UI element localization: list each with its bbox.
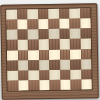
square-g4: [70, 49, 81, 59]
square-h3: [81, 59, 92, 69]
square-a7: [6, 20, 17, 30]
square-e8: [48, 9, 59, 19]
square-d8: [38, 9, 49, 19]
chess-board: [0, 3, 99, 100]
square-c1: [28, 80, 39, 90]
square-f6: [59, 29, 70, 39]
square-d3: [39, 60, 50, 70]
square-g2: [70, 69, 81, 79]
square-b5: [17, 40, 28, 50]
square-f1: [60, 80, 71, 90]
square-b6: [17, 30, 28, 40]
square-a5: [7, 40, 18, 50]
square-d4: [38, 50, 49, 60]
square-e4: [49, 49, 60, 59]
square-a4: [7, 50, 18, 60]
square-f7: [59, 19, 70, 29]
square-c8: [27, 9, 38, 19]
square-b1: [18, 80, 29, 90]
square-d7: [38, 19, 49, 29]
square-c7: [27, 19, 38, 29]
square-g5: [70, 39, 81, 49]
photo-background: [0, 0, 100, 100]
square-a8: [6, 10, 17, 20]
square-g8: [69, 8, 80, 18]
square-c6: [28, 29, 39, 39]
square-h5: [80, 39, 91, 49]
square-g6: [70, 29, 81, 39]
square-c3: [28, 60, 39, 70]
square-a3: [7, 60, 18, 70]
square-g7: [69, 19, 80, 29]
square-e2: [49, 70, 60, 80]
square-f2: [60, 69, 71, 79]
square-c5: [28, 40, 39, 50]
square-e3: [49, 59, 60, 69]
square-g1: [70, 79, 81, 89]
square-b3: [18, 60, 29, 70]
board-frame: [0, 3, 99, 100]
square-h1: [81, 79, 92, 89]
square-e1: [49, 80, 60, 90]
square-h4: [80, 49, 91, 59]
square-e7: [48, 19, 59, 29]
square-f3: [60, 59, 71, 69]
square-a6: [7, 30, 18, 40]
square-b8: [17, 9, 28, 19]
square-g3: [70, 59, 81, 69]
square-h6: [80, 29, 91, 39]
square-b7: [17, 20, 28, 30]
board-grid: [6, 8, 91, 90]
square-d5: [38, 39, 49, 49]
square-c2: [28, 70, 39, 80]
square-b2: [18, 70, 29, 80]
square-h7: [80, 18, 91, 28]
square-h8: [80, 8, 91, 18]
square-d6: [38, 29, 49, 39]
square-f4: [59, 49, 70, 59]
square-d1: [39, 80, 50, 90]
square-f5: [59, 39, 70, 49]
square-a2: [7, 70, 18, 80]
square-h2: [81, 69, 92, 79]
square-f8: [59, 9, 70, 19]
square-d2: [39, 70, 50, 80]
square-e5: [49, 39, 60, 49]
square-c4: [28, 50, 39, 60]
square-e6: [49, 29, 60, 39]
square-b4: [17, 50, 28, 60]
square-a1: [8, 80, 19, 90]
